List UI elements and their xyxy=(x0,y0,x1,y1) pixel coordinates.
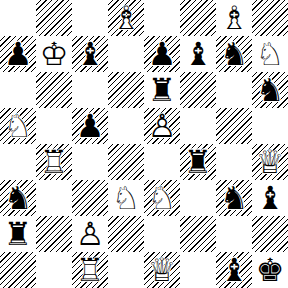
white-king: ♔ xyxy=(36,36,72,72)
square-d8[interactable]: ♝♗ xyxy=(108,0,144,36)
square-b4[interactable]: ♜♖ xyxy=(36,144,72,180)
white-rook: ♖ xyxy=(36,144,72,180)
white-knight: ♘ xyxy=(108,180,144,216)
square-b7[interactable]: ♚♔ xyxy=(36,36,72,72)
square-e5[interactable]: ♟♙ xyxy=(144,108,180,144)
square-e8[interactable] xyxy=(144,0,180,36)
white-knight: ♘ xyxy=(0,108,36,144)
black-knight: ♞ xyxy=(216,36,252,72)
white-knight-fill: ♞ xyxy=(252,36,288,72)
square-h7[interactable]: ♞♘ xyxy=(252,36,288,72)
chess-board: ♝♗♝♗♟♚♔♝♟♝♞♞♘♜♞♞♘♟♟♙♜♖♜♛♕♞♞♘♞♘♞♝♜♟♙♜♖♛♕♝… xyxy=(0,0,288,288)
white-king-fill: ♚ xyxy=(36,36,72,72)
white-bishop-fill: ♝ xyxy=(216,0,252,36)
square-d4[interactable] xyxy=(108,144,144,180)
square-a1[interactable] xyxy=(0,252,36,288)
white-queen: ♕ xyxy=(252,144,288,180)
black-knight: ♞ xyxy=(216,180,252,216)
square-d7[interactable] xyxy=(108,36,144,72)
black-bishop: ♝ xyxy=(72,36,108,72)
white-bishop: ♗ xyxy=(108,0,144,36)
white-knight-fill: ♞ xyxy=(0,108,36,144)
square-a5[interactable]: ♞♘ xyxy=(0,108,36,144)
square-a8[interactable] xyxy=(0,0,36,36)
black-pawn: ♟ xyxy=(144,36,180,72)
square-g8[interactable]: ♝♗ xyxy=(216,0,252,36)
square-h2[interactable] xyxy=(252,216,288,252)
white-rook-fill: ♜ xyxy=(36,144,72,180)
black-knight: ♞ xyxy=(0,180,36,216)
square-d5[interactable] xyxy=(108,108,144,144)
square-g2[interactable] xyxy=(216,216,252,252)
square-f3[interactable] xyxy=(180,180,216,216)
black-king: ♚ xyxy=(252,252,288,288)
black-pawn: ♟ xyxy=(72,108,108,144)
black-bishop: ♝ xyxy=(216,252,252,288)
white-pawn-fill: ♟ xyxy=(72,216,108,252)
white-queen-fill: ♛ xyxy=(144,252,180,288)
square-c4[interactable] xyxy=(72,144,108,180)
square-e2[interactable] xyxy=(144,216,180,252)
white-rook-fill: ♜ xyxy=(72,252,108,288)
square-d2[interactable] xyxy=(108,216,144,252)
chess-diagram: ♝♗♝♗♟♚♔♝♟♝♞♞♘♜♞♞♘♟♟♙♜♖♜♛♕♞♞♘♞♘♞♝♜♟♙♜♖♛♕♝… xyxy=(0,0,288,288)
square-h3[interactable]: ♝ xyxy=(252,180,288,216)
square-c7[interactable]: ♝ xyxy=(72,36,108,72)
square-c2[interactable]: ♟♙ xyxy=(72,216,108,252)
square-f6[interactable] xyxy=(180,72,216,108)
square-b6[interactable] xyxy=(36,72,72,108)
square-c5[interactable]: ♟ xyxy=(72,108,108,144)
square-g1[interactable]: ♝ xyxy=(216,252,252,288)
white-queen: ♕ xyxy=(144,252,180,288)
square-a2[interactable]: ♜ xyxy=(0,216,36,252)
square-e1[interactable]: ♛♕ xyxy=(144,252,180,288)
square-h5[interactable] xyxy=(252,108,288,144)
white-pawn: ♙ xyxy=(144,108,180,144)
black-bishop: ♝ xyxy=(252,180,288,216)
square-b2[interactable] xyxy=(36,216,72,252)
black-pawn: ♟ xyxy=(0,36,36,72)
square-f4[interactable]: ♜ xyxy=(180,144,216,180)
black-rook: ♜ xyxy=(144,72,180,108)
square-f2[interactable] xyxy=(180,216,216,252)
square-b3[interactable] xyxy=(36,180,72,216)
square-e4[interactable] xyxy=(144,144,180,180)
square-a4[interactable] xyxy=(0,144,36,180)
white-knight-fill: ♞ xyxy=(108,180,144,216)
square-g3[interactable]: ♞ xyxy=(216,180,252,216)
white-knight: ♘ xyxy=(252,36,288,72)
square-f5[interactable] xyxy=(180,108,216,144)
square-b1[interactable] xyxy=(36,252,72,288)
square-b8[interactable] xyxy=(36,0,72,36)
black-rook: ♜ xyxy=(0,216,36,252)
square-g7[interactable]: ♞ xyxy=(216,36,252,72)
white-rook: ♖ xyxy=(72,252,108,288)
white-knight: ♘ xyxy=(144,180,180,216)
square-h1[interactable]: ♚ xyxy=(252,252,288,288)
square-a7[interactable]: ♟ xyxy=(0,36,36,72)
square-b5[interactable] xyxy=(36,108,72,144)
square-f8[interactable] xyxy=(180,0,216,36)
square-d1[interactable] xyxy=(108,252,144,288)
square-g6[interactable] xyxy=(216,72,252,108)
square-e7[interactable]: ♟ xyxy=(144,36,180,72)
white-bishop: ♗ xyxy=(216,0,252,36)
white-knight-fill: ♞ xyxy=(144,180,180,216)
white-pawn-fill: ♟ xyxy=(144,108,180,144)
square-h8[interactable] xyxy=(252,0,288,36)
white-pawn: ♙ xyxy=(72,216,108,252)
black-rook: ♜ xyxy=(180,144,216,180)
square-e6[interactable]: ♜ xyxy=(144,72,180,108)
square-a3[interactable]: ♞ xyxy=(0,180,36,216)
square-d6[interactable] xyxy=(108,72,144,108)
square-e3[interactable]: ♞♘ xyxy=(144,180,180,216)
square-h6[interactable]: ♞ xyxy=(252,72,288,108)
square-a6[interactable] xyxy=(0,72,36,108)
square-h4[interactable]: ♛♕ xyxy=(252,144,288,180)
square-g4[interactable] xyxy=(216,144,252,180)
square-g5[interactable] xyxy=(216,108,252,144)
square-c6[interactable] xyxy=(72,72,108,108)
square-c1[interactable]: ♜♖ xyxy=(72,252,108,288)
black-knight: ♞ xyxy=(252,72,288,108)
square-f7[interactable]: ♝ xyxy=(180,36,216,72)
square-c8[interactable] xyxy=(72,0,108,36)
black-bishop: ♝ xyxy=(180,36,216,72)
square-d3[interactable]: ♞♘ xyxy=(108,180,144,216)
white-queen-fill: ♛ xyxy=(252,144,288,180)
square-f1[interactable] xyxy=(180,252,216,288)
white-bishop-fill: ♝ xyxy=(108,0,144,36)
square-c3[interactable] xyxy=(72,180,108,216)
